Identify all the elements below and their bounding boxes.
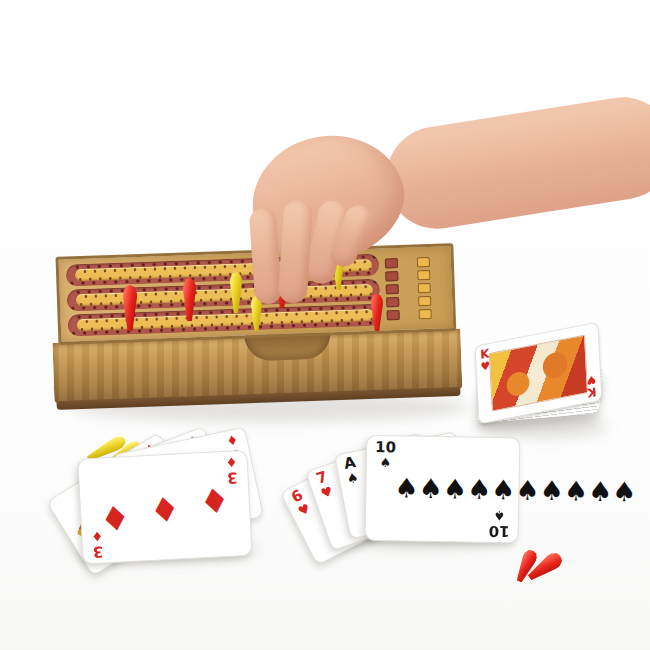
card-rank: 10 bbox=[489, 523, 510, 538]
card-index: 3 ♦ bbox=[91, 530, 104, 560]
spade-suit-icon: ♠ bbox=[494, 509, 506, 522]
diamond-suit-icon: ♦ bbox=[225, 432, 239, 447]
score-hole-red bbox=[387, 310, 400, 320]
diamond-suit-icon: ♦ bbox=[91, 530, 103, 544]
card-fan-right: 6 ♥ 7 ♥ A ♠ 10 ♠ ♠♠♠♠♠♠♠♠♠♠ 10 ♠ bbox=[289, 430, 525, 572]
card-ten-spades[interactable]: 10 ♠ ♠♠♠♠♠♠♠♠♠♠ 10 ♠ bbox=[365, 435, 521, 544]
card-three-diamonds[interactable]: 3 ♦ ♦♦♦ 3 ♦ bbox=[77, 450, 252, 565]
heart-suit-icon: ♥ bbox=[319, 484, 334, 500]
peg-track-bottom-inner-lane bbox=[77, 309, 374, 331]
score-hole-yellow bbox=[418, 296, 431, 306]
card-index: 7 ♥ bbox=[314, 469, 334, 500]
card-index: 10 ♠ bbox=[489, 509, 510, 538]
peg-track-top-inner-lane bbox=[75, 259, 372, 281]
king-face-art bbox=[489, 335, 588, 412]
heart-suit-icon: ♥ bbox=[586, 373, 596, 386]
score-hole-red bbox=[385, 271, 398, 281]
card-index: 6 ♥ bbox=[289, 487, 313, 518]
deck-top-card-index-bottom: K ♥ bbox=[586, 373, 597, 399]
card-deck[interactable]: K ♥ K ♥ bbox=[471, 329, 610, 440]
score-hole-yellow bbox=[417, 270, 430, 280]
diamond-pips: ♦♦♦ bbox=[97, 477, 242, 541]
deck-top-card-rank: K bbox=[587, 385, 597, 399]
score-hole-red bbox=[385, 258, 398, 268]
card-fan-left: J ♥ 6 ♣ 7 ♦ 3 ♦ ♦♦♦ 3 ♦ bbox=[46, 428, 289, 586]
scene: K ♥ K ♥ J ♥ 6 ♣ 7 bbox=[0, 0, 650, 650]
game-score-holes bbox=[385, 256, 445, 324]
score-hole-yellow bbox=[418, 283, 431, 293]
peg-track-middle-inner-lane bbox=[76, 284, 373, 306]
card-index: 10 ♠ bbox=[375, 440, 396, 469]
score-hole-red bbox=[386, 297, 399, 307]
score-hole-yellow bbox=[419, 309, 432, 319]
score-hole-yellow bbox=[417, 257, 430, 267]
card-index: A ♠ bbox=[343, 455, 360, 486]
spade-suit-icon: ♠ bbox=[346, 471, 360, 486]
card-rank: 3 bbox=[92, 544, 103, 560]
spade-suit-icon: ♠ bbox=[379, 456, 391, 469]
heart-suit-icon: ♥ bbox=[296, 501, 312, 518]
forearm bbox=[379, 90, 650, 236]
score-hole-red bbox=[386, 284, 399, 294]
card-rank: 10 bbox=[375, 440, 396, 455]
diamond-suit-icon: ♦ bbox=[226, 455, 238, 469]
